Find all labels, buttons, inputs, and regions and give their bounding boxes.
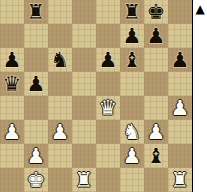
square-h6[interactable]: ♟ (168, 48, 192, 72)
square-b4[interactable] (24, 96, 48, 120)
square-f6[interactable]: ♝ (120, 48, 144, 72)
white-knight[interactable]: ♞ (123, 120, 142, 144)
square-h7[interactable] (168, 24, 192, 48)
square-g5[interactable] (144, 72, 168, 96)
square-h5[interactable] (168, 72, 192, 96)
square-e8[interactable] (96, 0, 120, 24)
white-rook[interactable]: ♜ (75, 168, 94, 192)
black-pawn[interactable]: ♟ (3, 48, 22, 72)
square-c6[interactable]: ♞ (48, 48, 72, 72)
white-pawn[interactable]: ♟ (27, 144, 46, 168)
square-e3[interactable] (96, 120, 120, 144)
square-c1[interactable] (48, 168, 72, 192)
square-c8[interactable] (48, 0, 72, 24)
square-f5[interactable] (120, 72, 144, 96)
square-g6[interactable] (144, 48, 168, 72)
square-e6[interactable]: ♟ (96, 48, 120, 72)
square-e4[interactable]: ♛ (96, 96, 120, 120)
white-pawn[interactable]: ♟ (147, 120, 166, 144)
black-bishop[interactable]: ♝ (123, 48, 142, 72)
square-g7[interactable]: ♟ (144, 24, 168, 48)
square-h2[interactable] (168, 144, 192, 168)
square-d2[interactable] (72, 144, 96, 168)
square-h4[interactable]: ♟ (168, 96, 192, 120)
black-queen[interactable]: ♛ (3, 72, 22, 96)
square-c7[interactable] (48, 24, 72, 48)
black-bishop[interactable]: ♝ (147, 144, 166, 168)
black-to-move-indicator-icon: ▲ (195, 2, 204, 16)
square-g2[interactable]: ♝ (144, 144, 168, 168)
white-queen[interactable]: ♛ (99, 96, 118, 120)
square-a3[interactable]: ♟ (0, 120, 24, 144)
square-f1[interactable] (120, 168, 144, 192)
square-c4[interactable] (48, 96, 72, 120)
square-d3[interactable] (72, 120, 96, 144)
square-a1[interactable] (0, 168, 24, 192)
black-pawn[interactable]: ♟ (171, 48, 190, 72)
black-pawn[interactable]: ♟ (27, 72, 46, 96)
square-d7[interactable] (72, 24, 96, 48)
black-pawn[interactable]: ♟ (123, 24, 142, 48)
square-f2[interactable]: ♟ (120, 144, 144, 168)
square-b6[interactable] (24, 48, 48, 72)
square-d1[interactable]: ♜ (72, 168, 96, 192)
chess-board[interactable]: ♜♜♚♟♟♟♞♟♝♟♛♟♛♟♟♟♞♟♟♟♝♚♜♜ (0, 0, 192, 192)
square-c2[interactable] (48, 144, 72, 168)
square-a2[interactable] (0, 144, 24, 168)
black-pawn[interactable]: ♟ (147, 24, 166, 48)
white-pawn[interactable]: ♟ (51, 120, 70, 144)
square-a5[interactable]: ♛ (0, 72, 24, 96)
square-f8[interactable]: ♜ (120, 0, 144, 24)
black-rook[interactable]: ♜ (123, 0, 142, 24)
square-f3[interactable]: ♞ (120, 120, 144, 144)
white-pawn[interactable]: ♟ (3, 120, 22, 144)
square-h1[interactable]: ♜ (168, 168, 192, 192)
square-d8[interactable] (72, 0, 96, 24)
chess-diagram: ♜♜♚♟♟♟♞♟♝♟♛♟♛♟♟♟♞♟♟♟♝♚♜♜ ▲ (0, 0, 207, 192)
square-g1[interactable] (144, 168, 168, 192)
square-b2[interactable]: ♟ (24, 144, 48, 168)
square-e5[interactable] (96, 72, 120, 96)
black-rook[interactable]: ♜ (27, 0, 46, 24)
square-e1[interactable] (96, 168, 120, 192)
square-d5[interactable] (72, 72, 96, 96)
square-a8[interactable] (0, 0, 24, 24)
square-g4[interactable] (144, 96, 168, 120)
square-c5[interactable] (48, 72, 72, 96)
black-knight[interactable]: ♞ (51, 48, 70, 72)
square-b3[interactable] (24, 120, 48, 144)
square-b1[interactable]: ♚ (24, 168, 48, 192)
square-f7[interactable]: ♟ (120, 24, 144, 48)
square-e2[interactable] (96, 144, 120, 168)
square-g8[interactable]: ♚ (144, 0, 168, 24)
white-rook[interactable]: ♜ (171, 168, 190, 192)
black-king[interactable]: ♚ (147, 0, 166, 24)
square-f4[interactable] (120, 96, 144, 120)
square-b8[interactable]: ♜ (24, 0, 48, 24)
square-h3[interactable] (168, 120, 192, 144)
side-to-move-panel: ▲ (192, 0, 207, 192)
square-c3[interactable]: ♟ (48, 120, 72, 144)
square-g3[interactable]: ♟ (144, 120, 168, 144)
square-e7[interactable] (96, 24, 120, 48)
square-a6[interactable]: ♟ (0, 48, 24, 72)
white-pawn[interactable]: ♟ (171, 96, 190, 120)
square-d4[interactable] (72, 96, 96, 120)
square-b7[interactable] (24, 24, 48, 48)
square-a4[interactable] (0, 96, 24, 120)
black-pawn[interactable]: ♟ (99, 48, 118, 72)
white-pawn[interactable]: ♟ (123, 144, 142, 168)
white-king[interactable]: ♚ (27, 168, 46, 192)
square-a7[interactable] (0, 24, 24, 48)
square-d6[interactable] (72, 48, 96, 72)
square-h8[interactable] (168, 0, 192, 24)
square-b5[interactable]: ♟ (24, 72, 48, 96)
